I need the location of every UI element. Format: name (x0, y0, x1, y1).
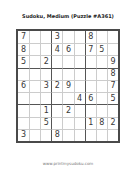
cell-r8c6 (74, 117, 85, 129)
cell-r7c4 (51, 104, 62, 116)
cell-r4c4 (51, 68, 62, 80)
cell-r4c7 (85, 68, 96, 80)
cell-r3c9: 9 (107, 55, 118, 67)
cell-r3c3: 2 (40, 55, 51, 67)
cell-r1c1: 7 (18, 31, 29, 43)
cell-r5c6 (74, 80, 85, 92)
cell-r5c7 (85, 80, 96, 92)
cell-r3c6 (74, 55, 85, 67)
cell-r2c8: 5 (96, 43, 107, 55)
cell-r9c9 (107, 129, 118, 141)
cell-r8c5 (62, 117, 73, 129)
cell-r6c7: 6 (85, 92, 96, 104)
cell-r1c6 (74, 31, 85, 43)
cell-r7c1 (18, 104, 29, 116)
cell-r2c9 (107, 43, 118, 55)
cell-r5c8 (96, 80, 107, 92)
cell-r4c1 (18, 68, 29, 80)
cell-r8c3: 5 (40, 117, 51, 129)
cell-r3c8 (96, 55, 107, 67)
cell-r4c3 (40, 68, 51, 80)
cell-r7c9 (107, 104, 118, 116)
cell-r3c1: 5 (18, 55, 29, 67)
cell-r1c4: 3 (51, 31, 62, 43)
cell-r5c4: 2 (51, 80, 62, 92)
page-title: Sudoku, Medium (Puzzle #A361) (0, 13, 136, 19)
cell-r2c3 (40, 43, 51, 55)
cell-r6c9: 5 (107, 92, 118, 104)
cell-r1c5 (62, 31, 73, 43)
cell-r8c8: 8 (96, 117, 107, 129)
cell-r7c6 (74, 104, 85, 116)
cell-r9c5 (62, 129, 73, 141)
cell-r9c6 (74, 129, 85, 141)
cell-r9c4: 8 (51, 129, 62, 141)
cell-r3c5 (62, 55, 73, 67)
cell-r2c7: 7 (85, 43, 96, 55)
cell-r1c8 (96, 31, 107, 43)
cell-r6c3 (40, 92, 51, 104)
cell-r7c3: 1 (40, 104, 51, 116)
cell-r4c2 (29, 68, 40, 80)
sudoku-sheet: Sudoku, Medium (Puzzle #A361) 7388467552… (0, 0, 136, 176)
cell-r3c4 (51, 55, 62, 67)
cell-r6c2 (29, 92, 40, 104)
cell-r4c8 (96, 68, 107, 80)
cell-r7c2 (29, 104, 40, 116)
cell-r7c5: 2 (62, 104, 73, 116)
cell-r9c7 (85, 129, 96, 141)
cell-r8c2 (29, 117, 40, 129)
cell-r8c7: 1 (85, 117, 96, 129)
cell-r1c9 (107, 31, 118, 43)
cell-r6c8 (96, 92, 107, 104)
footer-url: www.printmysudoku.com (0, 161, 136, 166)
cell-r7c8 (96, 104, 107, 116)
cell-r2c4: 4 (51, 43, 62, 55)
cell-r2c5: 6 (62, 43, 73, 55)
cell-r5c9: 7 (107, 80, 118, 92)
cell-r5c5: 9 (62, 80, 73, 92)
cell-r3c2 (29, 55, 40, 67)
cell-r5c1: 6 (18, 80, 29, 92)
sudoku-board: 7388467552986329746512518238 (16, 29, 120, 143)
cell-r8c4 (51, 117, 62, 129)
cell-r1c7: 8 (85, 31, 96, 43)
cell-r3c7 (85, 55, 96, 67)
cell-r6c5 (62, 92, 73, 104)
cell-r8c9: 2 (107, 117, 118, 129)
cell-r1c2 (29, 31, 40, 43)
cell-r9c2 (29, 129, 40, 141)
cell-r6c6: 4 (74, 92, 85, 104)
cell-r1c3 (40, 31, 51, 43)
cell-r9c3 (40, 129, 51, 141)
cell-r6c4 (51, 92, 62, 104)
cell-r5c2 (29, 80, 40, 92)
cell-r4c6 (74, 68, 85, 80)
cell-r9c1: 3 (18, 129, 29, 141)
cell-r5c3: 3 (40, 80, 51, 92)
cell-r4c5 (62, 68, 73, 80)
cell-r9c8 (96, 129, 107, 141)
cell-r6c1 (18, 92, 29, 104)
cell-r2c1: 8 (18, 43, 29, 55)
cell-r4c9: 8 (107, 68, 118, 80)
cell-r8c1 (18, 117, 29, 129)
cell-r2c2 (29, 43, 40, 55)
cell-r2c6 (74, 43, 85, 55)
cell-r7c7 (85, 104, 96, 116)
